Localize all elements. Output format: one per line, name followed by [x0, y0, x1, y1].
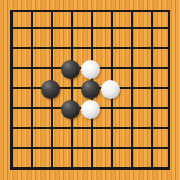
stone-white-f5 — [101, 80, 120, 99]
stone-white-e6 — [81, 60, 100, 79]
stone-white-e4 — [81, 100, 100, 119]
stone-black-d6 — [61, 60, 80, 79]
stone-black-c5 — [41, 80, 60, 99]
stone-black-d4 — [61, 100, 80, 119]
go-board[interactable] — [0, 0, 180, 180]
stone-black-e5 — [81, 80, 100, 99]
